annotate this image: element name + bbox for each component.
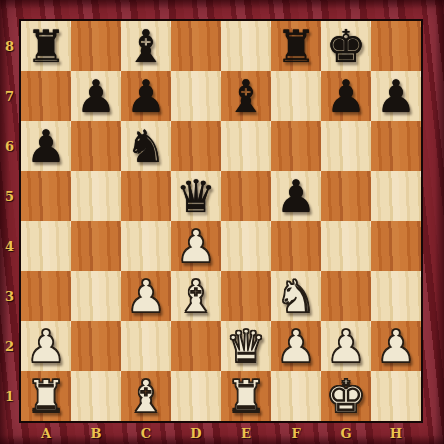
piece-black-pawn[interactable]: ♟ [76,74,116,119]
square-f8[interactable]: ♜ [271,21,321,71]
square-c6[interactable]: ♞ [121,121,171,171]
piece-white-king[interactable]: ♚ [326,374,366,419]
piece-white-pawn[interactable]: ♟ [276,324,316,369]
square-f5[interactable]: ♟ [271,171,321,221]
square-e1[interactable]: ♜ [221,371,271,421]
square-b6[interactable] [71,121,121,171]
square-e4[interactable] [221,221,271,271]
rank-label-4: 4 [0,221,19,271]
square-e2[interactable]: ♛ [221,321,271,371]
piece-black-pawn[interactable]: ♟ [326,74,366,119]
square-h7[interactable]: ♟ [371,71,421,121]
rank-label-5: 5 [0,171,19,221]
piece-white-pawn[interactable]: ♟ [26,324,66,369]
piece-black-bishop[interactable]: ♝ [126,24,166,69]
piece-white-pawn[interactable]: ♟ [376,324,416,369]
square-g7[interactable]: ♟ [321,71,371,121]
piece-black-queen[interactable]: ♛ [176,174,216,219]
square-f2[interactable]: ♟ [271,321,321,371]
chess-board-frame: ♜♝♜♚♟♟♝♟♟♟♞♛♟♟♟♝♞♟♛♟♟♟♜♝♜♚ 87654321 ABCD… [0,0,444,444]
square-c2[interactable] [121,321,171,371]
file-label-h: H [371,423,421,444]
file-label-d: D [171,423,221,444]
rank-label-6: 6 [0,121,19,171]
square-c3[interactable]: ♟ [121,271,171,321]
square-a7[interactable] [21,71,71,121]
piece-black-pawn[interactable]: ♟ [126,74,166,119]
square-b2[interactable] [71,321,121,371]
rank-label-8: 8 [0,21,19,71]
square-b5[interactable] [71,171,121,221]
square-a8[interactable]: ♜ [21,21,71,71]
piece-black-bishop[interactable]: ♝ [226,74,266,119]
piece-black-pawn[interactable]: ♟ [26,124,66,169]
square-h6[interactable] [371,121,421,171]
square-d5[interactable]: ♛ [171,171,221,221]
square-f6[interactable] [271,121,321,171]
rank-label-3: 3 [0,271,19,321]
square-f1[interactable] [271,371,321,421]
square-g6[interactable] [321,121,371,171]
piece-black-rook[interactable]: ♜ [26,24,66,69]
square-h5[interactable] [371,171,421,221]
piece-white-rook[interactable]: ♜ [226,374,266,419]
piece-white-pawn[interactable]: ♟ [126,274,166,319]
file-label-f: F [271,423,321,444]
file-labels: ABCDEFGH [21,423,421,444]
square-h2[interactable]: ♟ [371,321,421,371]
square-g4[interactable] [321,221,371,271]
square-a6[interactable]: ♟ [21,121,71,171]
square-f3[interactable]: ♞ [271,271,321,321]
square-a4[interactable] [21,221,71,271]
file-label-e: E [221,423,271,444]
rank-label-1: 1 [0,371,19,421]
square-e7[interactable]: ♝ [221,71,271,121]
square-h4[interactable] [371,221,421,271]
square-b3[interactable] [71,271,121,321]
square-d2[interactable] [171,321,221,371]
square-a5[interactable] [21,171,71,221]
square-g1[interactable]: ♚ [321,371,371,421]
piece-white-knight[interactable]: ♞ [276,274,316,319]
square-e3[interactable] [221,271,271,321]
piece-white-pawn[interactable]: ♟ [176,224,216,269]
square-c8[interactable]: ♝ [121,21,171,71]
square-c7[interactable]: ♟ [121,71,171,121]
square-h8[interactable] [371,21,421,71]
square-d4[interactable]: ♟ [171,221,221,271]
piece-black-rook[interactable]: ♜ [276,24,316,69]
square-g2[interactable]: ♟ [321,321,371,371]
square-a3[interactable] [21,271,71,321]
square-b4[interactable] [71,221,121,271]
piece-black-pawn[interactable]: ♟ [376,74,416,119]
square-a1[interactable]: ♜ [21,371,71,421]
piece-black-knight[interactable]: ♞ [126,124,166,169]
file-label-g: G [321,423,371,444]
square-h1[interactable] [371,371,421,421]
rank-label-7: 7 [0,71,19,121]
piece-white-rook[interactable]: ♜ [26,374,66,419]
square-d8[interactable] [171,21,221,71]
square-b8[interactable] [71,21,121,71]
square-d7[interactable] [171,71,221,121]
square-d3[interactable]: ♝ [171,271,221,321]
square-c5[interactable] [121,171,171,221]
square-f7[interactable] [271,71,321,121]
piece-black-pawn[interactable]: ♟ [276,174,316,219]
piece-white-bishop[interactable]: ♝ [176,274,216,319]
square-a2[interactable]: ♟ [21,321,71,371]
file-label-b: B [71,423,121,444]
square-c4[interactable] [121,221,171,271]
square-f4[interactable] [271,221,321,271]
square-c1[interactable]: ♝ [121,371,171,421]
piece-white-pawn[interactable]: ♟ [326,324,366,369]
square-d6[interactable] [171,121,221,171]
rank-labels: 87654321 [0,21,19,421]
square-e8[interactable] [221,21,271,71]
square-e5[interactable] [221,171,271,221]
square-b1[interactable] [71,371,121,421]
square-g3[interactable] [321,271,371,321]
square-h3[interactable] [371,271,421,321]
piece-white-bishop[interactable]: ♝ [126,374,166,419]
piece-white-queen[interactable]: ♛ [226,324,266,369]
square-e6[interactable] [221,121,271,171]
square-b7[interactable]: ♟ [71,71,121,121]
chess-board: ♜♝♜♚♟♟♝♟♟♟♞♛♟♟♟♝♞♟♛♟♟♟♜♝♜♚ [19,19,423,423]
rank-label-2: 2 [0,321,19,371]
square-d1[interactable] [171,371,221,421]
file-label-a: A [21,423,71,444]
piece-black-king[interactable]: ♚ [326,24,366,69]
file-label-c: C [121,423,171,444]
square-g5[interactable] [321,171,371,221]
square-g8[interactable]: ♚ [321,21,371,71]
